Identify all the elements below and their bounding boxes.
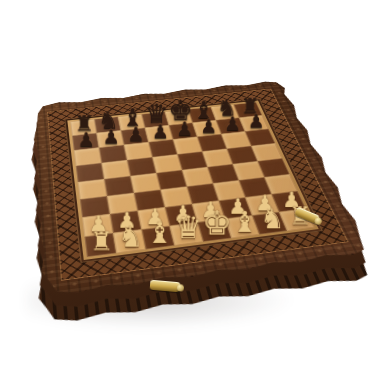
piece-black-pawn-h7[interactable]: ♟	[244, 112, 268, 131]
piece-black-pawn-b7[interactable]: ♟	[99, 127, 124, 146]
square-a1[interactable]: ♜	[84, 233, 116, 257]
piece-white-queen-d1[interactable]: ♛	[174, 212, 203, 243]
piece-white-bishop-f1[interactable]: ♝	[230, 208, 259, 237]
square-c1[interactable]: ♝	[142, 226, 175, 249]
product-photo-scene: ♜♞♝♛♚♝♞♜♟♟♟♟♟♟♟♟♟♟♟♟♟♟♟♟♜♞♝♛♚♝♞♜	[0, 0, 370, 370]
piece-black-pawn-d7[interactable]: ♟	[148, 122, 173, 141]
piece-white-rook-a1[interactable]: ♜	[87, 229, 117, 255]
carved-chess-case: ♜♞♝♛♚♝♞♜♟♟♟♟♟♟♟♟♟♟♟♟♟♟♟♟♜♞♝♛♚♝♞♜	[26, 77, 370, 304]
piece-black-pawn-g7[interactable]: ♟	[220, 114, 244, 133]
piece-black-pawn-e7[interactable]: ♟	[172, 119, 197, 138]
square-b1[interactable]: ♞	[113, 229, 146, 253]
piece-white-knight-g1[interactable]: ♞	[258, 205, 287, 232]
piece-white-knight-b1[interactable]: ♞	[116, 223, 145, 251]
piece-black-pawn-a7[interactable]: ♟	[74, 130, 99, 149]
square-d1[interactable]: ♛	[170, 222, 204, 245]
piece-black-pawn-f7[interactable]: ♟	[196, 117, 220, 136]
square-a6[interactable]	[74, 148, 102, 166]
piece-white-bishop-c1[interactable]: ♝	[145, 218, 174, 247]
piece-white-king-e1[interactable]: ♚	[202, 207, 231, 240]
piece-black-pawn-c7[interactable]: ♟	[123, 124, 148, 143]
